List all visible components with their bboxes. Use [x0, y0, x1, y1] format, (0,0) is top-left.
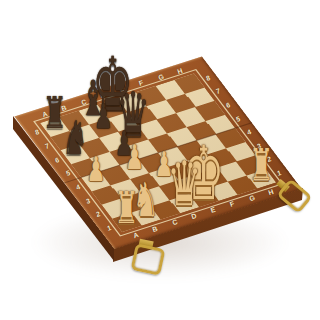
piece-white-queen-d1[interactable]: ♛ [167, 153, 201, 215]
piece-black-pawn-c7[interactable]: ♟ [94, 100, 113, 134]
piece-white-rook-h1[interactable]: ♜ [249, 143, 273, 187]
piece-white-pawn-a4[interactable]: ♟ [86, 153, 105, 187]
piece-black-knight-a6[interactable]: ♞ [62, 115, 88, 162]
product-photo: AABBCCDDEEFFGGHH1122334455667788 ♜♝♚♟♛♞♟… [0, 0, 320, 320]
piece-white-pawn-c4[interactable]: ♟ [125, 141, 144, 175]
piece-white-rook-a1[interactable]: ♜ [114, 186, 138, 230]
